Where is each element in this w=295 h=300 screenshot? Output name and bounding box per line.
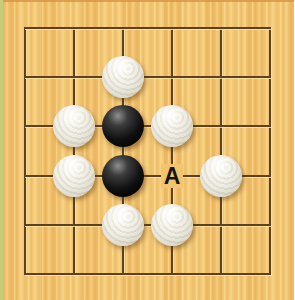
- go-board-diagram: A: [0, 0, 294, 300]
- point-a[interactable]: A: [161, 164, 184, 188]
- go-stone-white: [53, 105, 95, 147]
- go-stone-white: [200, 155, 242, 197]
- go-stone-black: [102, 105, 144, 147]
- go-stone-white: [53, 155, 95, 197]
- go-stone-white: [102, 204, 144, 246]
- go-stone-white: [151, 204, 193, 246]
- go-stone-white: [102, 56, 144, 98]
- board-top-edge: [0, 0, 294, 2]
- intersections-grid: A: [1, 3, 295, 298]
- go-stone-black: [102, 155, 144, 197]
- board-surface[interactable]: A: [0, 0, 294, 300]
- point-label-text: A: [161, 164, 184, 188]
- go-stone-white: [151, 105, 193, 147]
